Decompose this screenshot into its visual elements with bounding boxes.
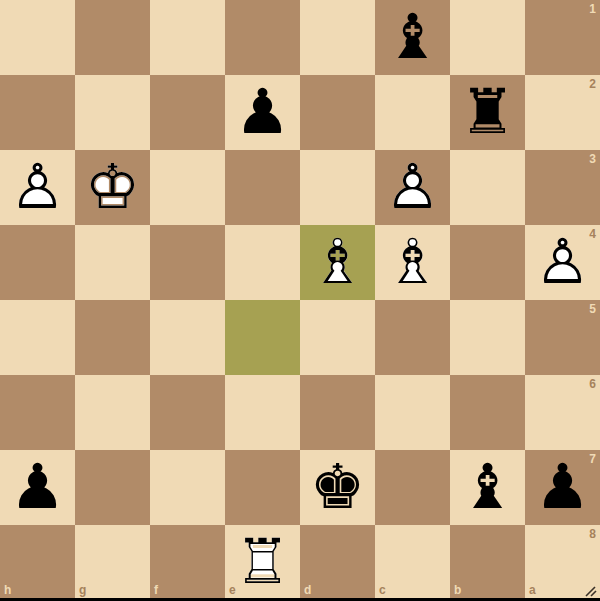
square-e2[interactable]: ♟	[225, 75, 300, 150]
square-h2[interactable]	[0, 75, 75, 150]
rank-label-8: 8	[589, 528, 596, 540]
square-f3[interactable]	[150, 150, 225, 225]
square-c7[interactable]	[375, 450, 450, 525]
square-b1[interactable]	[450, 0, 525, 75]
square-c3[interactable]: ♟♙	[375, 150, 450, 225]
rank-label-3: 3	[589, 153, 596, 165]
square-b3[interactable]	[450, 150, 525, 225]
square-f2[interactable]	[150, 75, 225, 150]
square-h8[interactable]: h	[0, 525, 75, 598]
black-bishop-glyph: ♝	[375, 0, 450, 75]
white-bishop[interactable]: ♝♗	[300, 225, 375, 300]
square-e1[interactable]	[225, 0, 300, 75]
square-f8[interactable]: f	[150, 525, 225, 598]
square-g5[interactable]	[75, 300, 150, 375]
chess-board: ♝1♟♜2♟♙♚♔♟♙3♝♗♝♗4♟♙56♟♚♝7♟hgfe♜♖dcb8a	[0, 0, 600, 598]
white-rook[interactable]: ♜♖	[225, 525, 300, 598]
resize-handle-icon[interactable]	[584, 585, 598, 597]
file-label-c: c	[379, 584, 386, 596]
white-pawn[interactable]: ♟♙	[0, 150, 75, 225]
square-a3[interactable]: 3	[525, 150, 600, 225]
square-c2[interactable]	[375, 75, 450, 150]
black-pawn[interactable]: ♟	[0, 450, 75, 525]
black-bishop[interactable]: ♝	[375, 0, 450, 75]
square-h7[interactable]: ♟	[0, 450, 75, 525]
square-b4[interactable]	[450, 225, 525, 300]
square-a7[interactable]: 7♟	[525, 450, 600, 525]
rank-label-2: 2	[589, 78, 596, 90]
black-pawn[interactable]: ♟	[525, 450, 600, 525]
black-king[interactable]: ♚	[300, 450, 375, 525]
square-h6[interactable]	[0, 375, 75, 450]
square-a6[interactable]: 6	[525, 375, 600, 450]
square-d3[interactable]	[300, 150, 375, 225]
square-f6[interactable]	[150, 375, 225, 450]
square-b7[interactable]: ♝	[450, 450, 525, 525]
square-g2[interactable]	[75, 75, 150, 150]
file-label-b: b	[454, 584, 461, 596]
square-e4[interactable]	[225, 225, 300, 300]
file-label-a: a	[529, 584, 536, 596]
square-d5[interactable]	[300, 300, 375, 375]
square-b2[interactable]: ♜	[450, 75, 525, 150]
white-bishop-glyph-outline: ♗	[375, 225, 450, 300]
white-bishop-glyph-outline: ♗	[300, 225, 375, 300]
square-g8[interactable]: g	[75, 525, 150, 598]
file-label-f: f	[154, 584, 158, 596]
square-g1[interactable]	[75, 0, 150, 75]
square-g6[interactable]	[75, 375, 150, 450]
square-g4[interactable]	[75, 225, 150, 300]
square-a2[interactable]: 2	[525, 75, 600, 150]
square-b8[interactable]: b	[450, 525, 525, 598]
square-f7[interactable]	[150, 450, 225, 525]
square-e3[interactable]	[225, 150, 300, 225]
white-pawn[interactable]: ♟♙	[525, 225, 600, 300]
square-e8[interactable]: e♜♖	[225, 525, 300, 598]
square-d6[interactable]	[300, 375, 375, 450]
file-label-g: g	[79, 584, 86, 596]
square-h4[interactable]	[0, 225, 75, 300]
rank-label-1: 1	[589, 3, 596, 15]
square-b6[interactable]	[450, 375, 525, 450]
square-b5[interactable]	[450, 300, 525, 375]
black-king-glyph: ♚	[300, 450, 375, 525]
black-pawn-glyph: ♟	[525, 450, 600, 525]
square-g7[interactable]	[75, 450, 150, 525]
square-e5[interactable]	[225, 300, 300, 375]
white-pawn-glyph-outline: ♙	[375, 150, 450, 225]
white-pawn[interactable]: ♟♙	[375, 150, 450, 225]
square-c8[interactable]: c	[375, 525, 450, 598]
square-a1[interactable]: 1	[525, 0, 600, 75]
black-bishop[interactable]: ♝	[450, 450, 525, 525]
black-rook-glyph: ♜	[450, 75, 525, 150]
square-h1[interactable]	[0, 0, 75, 75]
square-f4[interactable]	[150, 225, 225, 300]
file-label-h: h	[4, 584, 11, 596]
square-d2[interactable]	[300, 75, 375, 150]
square-c5[interactable]	[375, 300, 450, 375]
square-d1[interactable]	[300, 0, 375, 75]
square-c1[interactable]: ♝	[375, 0, 450, 75]
white-bishop[interactable]: ♝♗	[375, 225, 450, 300]
square-d8[interactable]: d	[300, 525, 375, 598]
square-e6[interactable]	[225, 375, 300, 450]
square-g3[interactable]: ♚♔	[75, 150, 150, 225]
square-d4[interactable]: ♝♗	[300, 225, 375, 300]
black-pawn-glyph: ♟	[225, 75, 300, 150]
square-a4[interactable]: 4♟♙	[525, 225, 600, 300]
white-king[interactable]: ♚♔	[75, 150, 150, 225]
square-c4[interactable]: ♝♗	[375, 225, 450, 300]
black-rook[interactable]: ♜	[450, 75, 525, 150]
square-h5[interactable]	[0, 300, 75, 375]
white-king-glyph-outline: ♔	[75, 150, 150, 225]
rank-label-5: 5	[589, 303, 596, 315]
square-e7[interactable]	[225, 450, 300, 525]
square-c6[interactable]	[375, 375, 450, 450]
black-bishop-glyph: ♝	[450, 450, 525, 525]
white-pawn-glyph-outline: ♙	[525, 225, 600, 300]
square-h3[interactable]: ♟♙	[0, 150, 75, 225]
square-d7[interactable]: ♚	[300, 450, 375, 525]
file-label-d: d	[304, 584, 311, 596]
rank-label-6: 6	[589, 378, 596, 390]
white-pawn-glyph-outline: ♙	[0, 150, 75, 225]
square-f1[interactable]	[150, 0, 225, 75]
square-f5[interactable]	[150, 300, 225, 375]
black-pawn-glyph: ♟	[0, 450, 75, 525]
square-a5[interactable]: 5	[525, 300, 600, 375]
white-rook-glyph-outline: ♖	[225, 525, 300, 598]
black-pawn[interactable]: ♟	[225, 75, 300, 150]
